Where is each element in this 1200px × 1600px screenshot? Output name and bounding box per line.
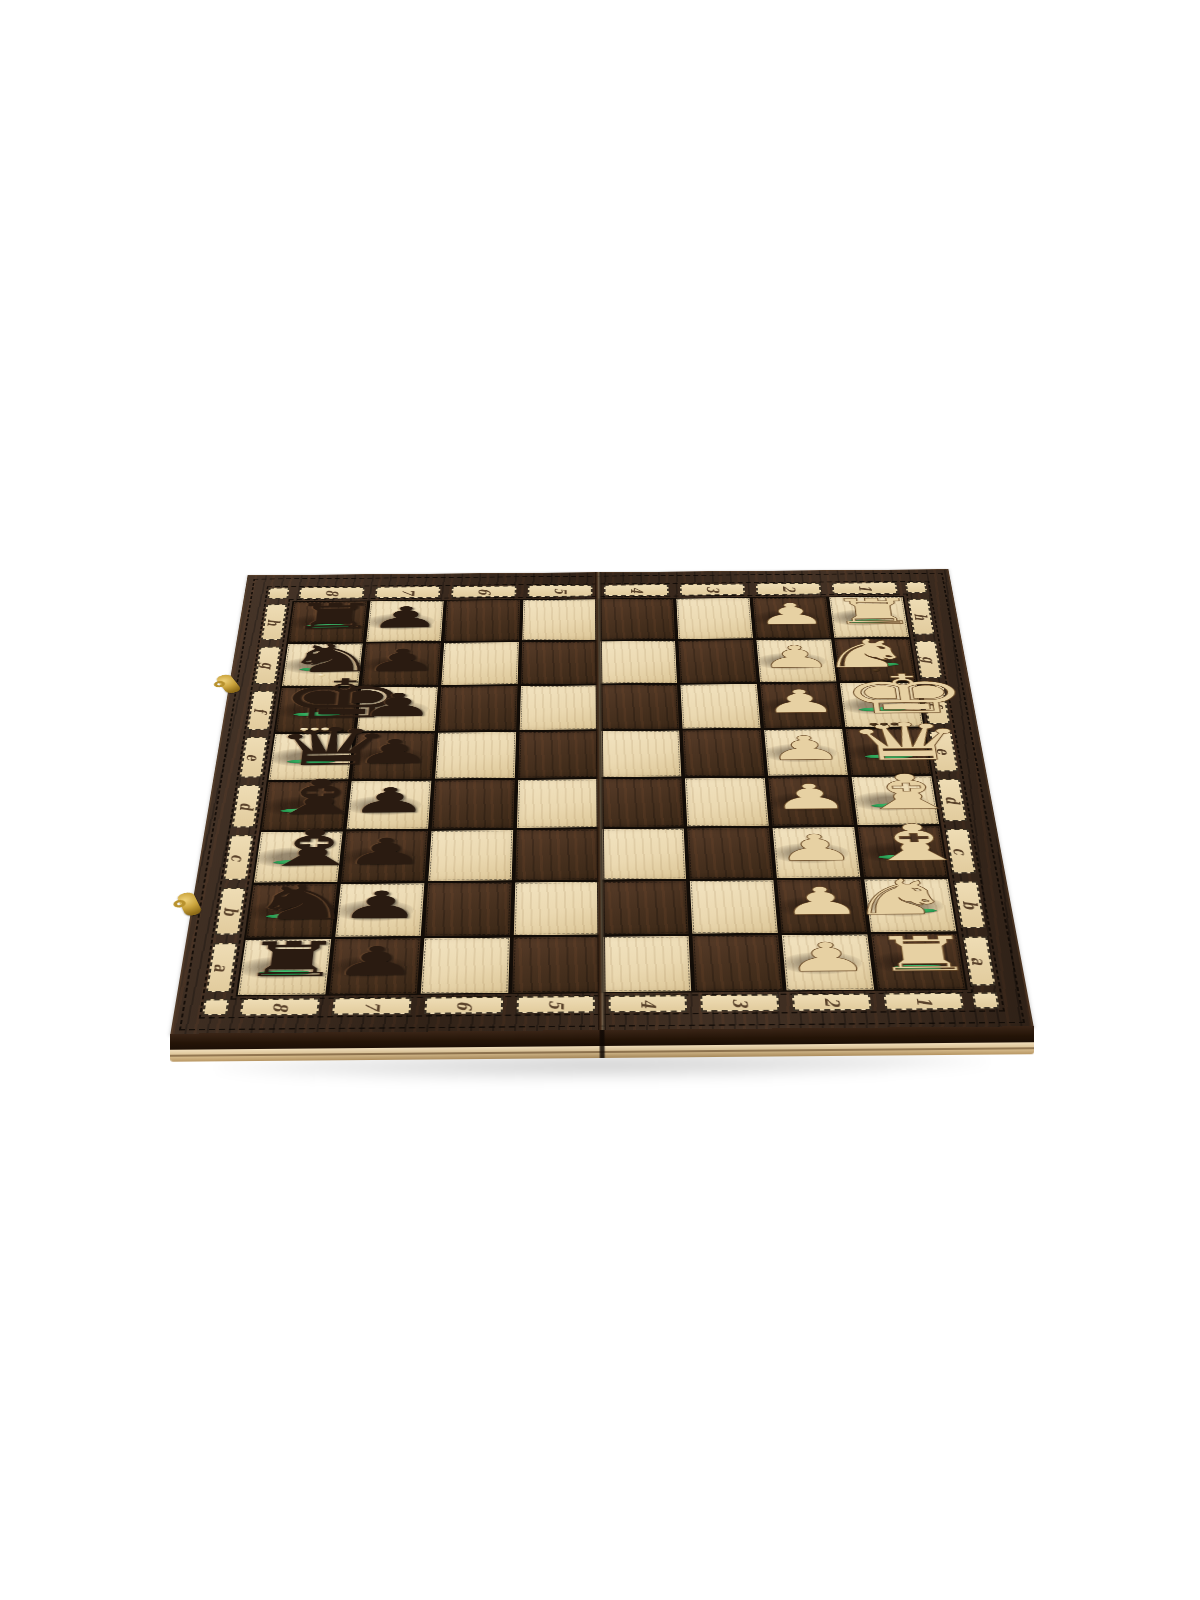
file-label-left-f-text: f <box>252 708 270 712</box>
rank-label-far-3-text: 3 <box>704 586 721 592</box>
square-e3 <box>683 730 765 776</box>
square-d1 <box>852 776 939 825</box>
square-c3 <box>687 828 773 879</box>
file-label-right-d-text: d <box>942 796 961 804</box>
rank-label-near-5: 5 <box>517 996 595 1013</box>
rank-label-near-1: 1 <box>883 993 963 1010</box>
square-a4 <box>603 936 691 992</box>
corner-plaque-2 <box>202 999 229 1015</box>
file-label-right-f-text: f <box>927 702 945 706</box>
square-f7 <box>357 687 438 732</box>
square-g4 <box>600 641 677 684</box>
square-f6 <box>438 686 517 731</box>
file-label-right-d: d <box>937 779 967 822</box>
rank-label-near-3-text: 3 <box>730 998 750 1007</box>
file-label-right-c: c <box>945 829 976 874</box>
square-c4 <box>602 829 686 880</box>
square-e4 <box>601 731 681 777</box>
square-g8 <box>282 644 363 687</box>
rank-label-near-2: 2 <box>792 993 872 1010</box>
file-label-left-d: d <box>232 785 261 828</box>
square-d6 <box>432 780 515 829</box>
square-f2 <box>760 683 842 727</box>
file-label-right-a: a <box>963 936 996 985</box>
square-d7 <box>347 781 432 830</box>
square-b1 <box>864 879 956 932</box>
square-e1 <box>846 728 931 774</box>
file-label-left-f: f <box>247 691 275 730</box>
file-label-left-c: c <box>223 835 253 880</box>
square-b8 <box>246 884 337 937</box>
file-label-right-g: g <box>915 641 942 678</box>
corner-plaque-1 <box>905 582 927 593</box>
rank-label-near-4: 4 <box>609 995 688 1012</box>
square-h3 <box>676 598 753 639</box>
square-d8 <box>261 781 348 830</box>
square-e7 <box>352 733 435 780</box>
chess-board: 88hh77gg66ff55ee44dd33cc22bb11aa ♜♟♟♜♞♟♟… <box>170 569 1034 1036</box>
square-d5 <box>517 779 599 828</box>
rank-label-far-2: 2 <box>756 583 822 595</box>
file-label-left-a: a <box>206 943 238 992</box>
square-h5 <box>522 599 597 640</box>
rank-label-near-7: 7 <box>332 997 412 1014</box>
rank-label-near-8-text: 8 <box>270 1002 291 1011</box>
square-h4 <box>600 599 675 640</box>
rank-label-near-6-text: 6 <box>454 1001 474 1010</box>
board-perspective-scene: 88hh77gg66ff55ee44dd33cc22bb11aa ♜♟♟♜♞♟♟… <box>170 569 1034 1036</box>
rank-label-near-5-text: 5 <box>546 1000 566 1009</box>
corner-plaque-0 <box>267 588 289 599</box>
square-h2 <box>753 597 831 638</box>
rank-label-far-2-text: 2 <box>780 586 797 592</box>
square-h8 <box>288 601 367 642</box>
square-f4 <box>601 685 679 730</box>
square-c6 <box>428 830 513 881</box>
rank-label-far-1: 1 <box>832 582 898 594</box>
square-a8 <box>238 939 331 995</box>
file-label-right-e-text: e <box>934 748 953 755</box>
square-h1 <box>829 597 909 638</box>
rank-label-near-2-text: 2 <box>821 998 842 1007</box>
file-label-right-f: f <box>922 685 950 724</box>
square-a6 <box>421 938 510 994</box>
rank-label-far-4-text: 4 <box>628 587 645 593</box>
file-label-left-g: g <box>254 647 281 685</box>
square-b5 <box>514 882 599 935</box>
file-label-right-a-text: a <box>969 957 990 965</box>
square-c8 <box>254 832 343 883</box>
file-label-right-g-text: g <box>919 656 937 663</box>
square-f8 <box>275 688 358 733</box>
product-photo-stage: 88hh77gg66ff55ee44dd33cc22bb11aa ♜♟♟♜♞♟♟… <box>0 0 1200 1600</box>
square-d4 <box>602 778 684 827</box>
square-d3 <box>685 778 769 827</box>
square-g3 <box>678 640 756 683</box>
square-f1 <box>840 683 923 727</box>
rank-label-near-4-text: 4 <box>638 999 658 1008</box>
rank-label-far-1-text: 1 <box>856 585 873 591</box>
square-g2 <box>756 639 836 682</box>
file-label-left-e: e <box>239 737 267 778</box>
square-g1 <box>835 639 916 682</box>
square-b2 <box>777 880 867 933</box>
square-g7 <box>362 643 441 686</box>
rank-label-far-5-text: 5 <box>552 588 568 594</box>
rank-label-far-7-text: 7 <box>399 589 416 595</box>
rank-label-near-6: 6 <box>424 997 503 1014</box>
square-b4 <box>603 881 689 934</box>
square-a1 <box>871 934 965 990</box>
rank-label-far-3: 3 <box>680 584 745 596</box>
board-tilt-wrapper: 88hh77gg66ff55ee44dd33cc22bb11aa ♜♟♟♜♞♟♟… <box>0 0 1200 1600</box>
file-label-right-c-text: c <box>951 847 971 854</box>
file-label-right-h: h <box>908 599 935 635</box>
rank-label-near-7-text: 7 <box>362 1002 383 1011</box>
rank-label-far-4: 4 <box>604 584 669 596</box>
square-a3 <box>692 935 782 991</box>
square-e5 <box>518 731 598 778</box>
square-e2 <box>764 729 848 775</box>
file-label-right-b-text: b <box>959 900 979 908</box>
file-label-left-g-text: g <box>259 662 277 669</box>
file-label-right-b: b <box>954 881 986 928</box>
square-c7 <box>341 831 428 882</box>
corner-plaque-3 <box>972 992 999 1008</box>
square-e8 <box>269 733 354 780</box>
rank-label-near-3: 3 <box>700 994 779 1011</box>
file-label-left-b: b <box>215 888 246 935</box>
square-d2 <box>768 777 854 826</box>
square-b6 <box>425 883 512 936</box>
square-b3 <box>690 880 778 933</box>
square-g6 <box>441 642 519 685</box>
brass-clasp-upper <box>215 673 242 694</box>
file-label-left-e-text: e <box>244 754 263 761</box>
rank-label-far-8: 8 <box>299 587 365 599</box>
file-label-left-h: h <box>261 604 287 640</box>
rank-label-far-5: 5 <box>528 585 593 597</box>
file-label-left-d-text: d <box>237 802 256 810</box>
square-c2 <box>773 827 861 878</box>
square-a7 <box>329 938 420 994</box>
rank-label-near-1-text: 1 <box>913 997 934 1006</box>
square-c5 <box>515 829 598 880</box>
board-shadow <box>217 1051 987 1084</box>
rank-label-near-8: 8 <box>240 998 320 1015</box>
rank-label-far-7: 7 <box>375 586 441 598</box>
rank-label-far-6: 6 <box>451 586 516 598</box>
square-h7 <box>366 601 443 642</box>
square-h6 <box>444 600 520 641</box>
square-a2 <box>782 934 874 990</box>
file-label-left-a-text: a <box>211 963 232 971</box>
file-label-left-b-text: b <box>220 907 240 915</box>
file-label-right-e: e <box>929 731 958 772</box>
rank-label-far-6-text: 6 <box>476 588 493 594</box>
file-label-left-h-text: h <box>265 619 283 626</box>
square-b7 <box>335 883 424 936</box>
rank-label-far-8-text: 8 <box>323 590 340 596</box>
square-f5 <box>520 685 598 730</box>
square-c1 <box>858 826 948 877</box>
square-f3 <box>680 684 760 728</box>
file-label-right-h-text: h <box>912 613 930 620</box>
file-label-left-c-text: c <box>229 854 249 861</box>
square-a5 <box>512 937 600 993</box>
brass-clasp-lower <box>176 891 203 917</box>
square-g5 <box>521 642 597 685</box>
square-e6 <box>435 732 516 779</box>
